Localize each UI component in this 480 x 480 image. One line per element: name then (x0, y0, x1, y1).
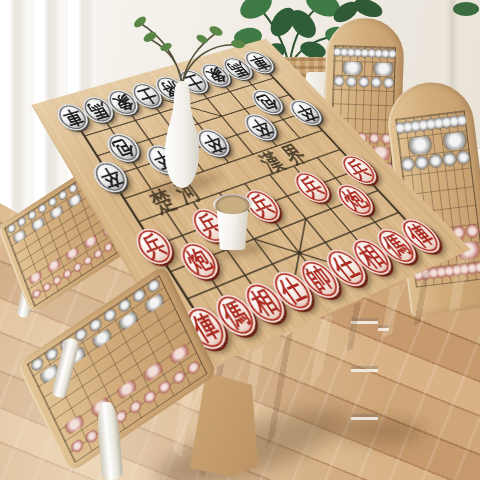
cup-opening (213, 194, 252, 214)
river-text-right: 漢界 (253, 138, 318, 177)
leg-shadow (336, 420, 426, 442)
vase-body (165, 81, 199, 188)
vase-with-branches (120, 5, 260, 195)
cup[interactable] (213, 194, 252, 250)
edge-plant-icon (452, 0, 480, 18)
scene: 楚河 漢界 車馬象士將士象馬車包包卒卒卒卒卒兵兵兵兵兵炮炮俥傌相仕帥仕相傌俥 (0, 0, 480, 480)
